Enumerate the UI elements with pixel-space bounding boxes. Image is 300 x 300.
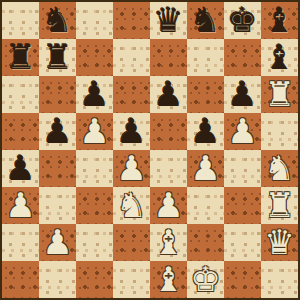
white-pawn-b2: ♟ <box>42 225 72 259</box>
square-h3[interactable]: ♜ <box>261 187 298 224</box>
square-b5[interactable]: ♟ <box>39 113 76 150</box>
square-a2[interactable] <box>2 224 39 261</box>
square-c2[interactable] <box>76 224 113 261</box>
square-e2[interactable]: ♝ <box>150 224 187 261</box>
white-pawn-f4: ♟ <box>190 151 220 185</box>
square-c1[interactable] <box>76 261 113 298</box>
black-bishop-h8: ♝ <box>264 3 294 37</box>
square-c3[interactable] <box>76 187 113 224</box>
square-f5[interactable]: ♟ <box>187 113 224 150</box>
square-a1[interactable] <box>2 261 39 298</box>
square-b2[interactable]: ♟ <box>39 224 76 261</box>
square-f8[interactable]: ♞ <box>187 2 224 39</box>
square-g2[interactable] <box>224 224 261 261</box>
black-knight-f8: ♞ <box>190 3 220 37</box>
square-b3[interactable] <box>39 187 76 224</box>
white-knight-d3: ♞ <box>116 188 146 222</box>
square-f3[interactable] <box>187 187 224 224</box>
square-g6[interactable]: ♟ <box>224 76 261 113</box>
square-c7[interactable] <box>76 39 113 76</box>
square-e4[interactable] <box>150 150 187 187</box>
black-pawn-f5: ♟ <box>190 114 220 148</box>
square-c4[interactable] <box>76 150 113 187</box>
square-g1[interactable] <box>224 261 261 298</box>
square-h1[interactable] <box>261 261 298 298</box>
square-b7[interactable]: ♜ <box>39 39 76 76</box>
square-a5[interactable] <box>2 113 39 150</box>
square-d3[interactable]: ♞ <box>113 187 150 224</box>
square-h4[interactable]: ♞ <box>261 150 298 187</box>
square-h7[interactable]: ♝ <box>261 39 298 76</box>
square-f1[interactable]: ♚ <box>187 261 224 298</box>
square-f4[interactable]: ♟ <box>187 150 224 187</box>
square-d5[interactable]: ♟ <box>113 113 150 150</box>
white-rook-h3: ♜ <box>264 188 294 222</box>
square-b4[interactable] <box>39 150 76 187</box>
square-c8[interactable] <box>76 2 113 39</box>
square-b8[interactable]: ♞ <box>39 2 76 39</box>
square-h5[interactable] <box>261 113 298 150</box>
square-e3[interactable]: ♟ <box>150 187 187 224</box>
black-pawn-a4: ♟ <box>5 151 35 185</box>
square-e7[interactable] <box>150 39 187 76</box>
square-d8[interactable] <box>113 2 150 39</box>
white-pawn-d4: ♟ <box>116 151 146 185</box>
square-g3[interactable] <box>224 187 261 224</box>
square-d6[interactable] <box>113 76 150 113</box>
square-d1[interactable] <box>113 261 150 298</box>
square-e1[interactable]: ♝ <box>150 261 187 298</box>
black-rook-b7: ♜ <box>42 40 72 74</box>
square-f7[interactable] <box>187 39 224 76</box>
square-g5[interactable]: ♟ <box>224 113 261 150</box>
square-e6[interactable]: ♟ <box>150 76 187 113</box>
black-pawn-g6: ♟ <box>227 77 257 111</box>
white-bishop-e1: ♝ <box>153 262 183 296</box>
black-pawn-b5: ♟ <box>42 114 72 148</box>
black-pawn-e6: ♟ <box>153 77 183 111</box>
white-bishop-e2: ♝ <box>153 225 183 259</box>
black-pawn-c6: ♟ <box>79 77 109 111</box>
square-a7[interactable]: ♜ <box>2 39 39 76</box>
square-b6[interactable] <box>39 76 76 113</box>
white-knight-h4: ♞ <box>264 151 294 185</box>
chess-board: ♞♛♞♚♝♜♜♝♟♟♟♜♟♟♟♟♟♟♟♟♞♟♞♟♜♟♝♛♝♚ <box>0 0 300 300</box>
square-h6[interactable]: ♜ <box>261 76 298 113</box>
square-h2[interactable]: ♛ <box>261 224 298 261</box>
white-pawn-g5: ♟ <box>227 114 257 148</box>
square-g4[interactable] <box>224 150 261 187</box>
square-f2[interactable] <box>187 224 224 261</box>
square-d2[interactable] <box>113 224 150 261</box>
white-king-f1: ♚ <box>190 262 220 296</box>
white-pawn-e3: ♟ <box>153 188 183 222</box>
square-c6[interactable]: ♟ <box>76 76 113 113</box>
black-knight-b8: ♞ <box>42 3 72 37</box>
square-g8[interactable]: ♚ <box>224 2 261 39</box>
square-b1[interactable] <box>39 261 76 298</box>
square-c5[interactable]: ♟ <box>76 113 113 150</box>
square-h8[interactable]: ♝ <box>261 2 298 39</box>
square-g7[interactable] <box>224 39 261 76</box>
square-a6[interactable] <box>2 76 39 113</box>
square-e8[interactable]: ♛ <box>150 2 187 39</box>
black-rook-a7: ♜ <box>5 40 35 74</box>
white-pawn-a3: ♟ <box>5 188 35 222</box>
square-e5[interactable] <box>150 113 187 150</box>
square-f6[interactable] <box>187 76 224 113</box>
black-bishop-h7: ♝ <box>264 40 294 74</box>
square-a8[interactable] <box>2 2 39 39</box>
white-rook-h6: ♜ <box>264 77 294 111</box>
black-pawn-d5: ♟ <box>116 114 146 148</box>
square-d4[interactable]: ♟ <box>113 150 150 187</box>
white-queen-h2: ♛ <box>264 225 294 259</box>
square-a4[interactable]: ♟ <box>2 150 39 187</box>
black-king-g8: ♚ <box>227 3 257 37</box>
black-queen-e8: ♛ <box>153 3 183 37</box>
white-pawn-c5: ♟ <box>79 114 109 148</box>
square-d7[interactable] <box>113 39 150 76</box>
square-a3[interactable]: ♟ <box>2 187 39 224</box>
